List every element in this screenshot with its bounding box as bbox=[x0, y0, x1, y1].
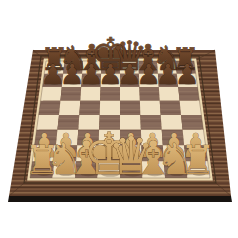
square-g5[interactable] bbox=[160, 101, 181, 115]
board-bottom-rim bbox=[8, 196, 232, 202]
square-h5[interactable] bbox=[180, 101, 202, 115]
square-d5[interactable] bbox=[100, 101, 120, 115]
square-e5[interactable] bbox=[120, 101, 140, 115]
chess-board: ♜♞♝♚♛♝♞♜♟♟♟♟♟♟♟♟♟♟♟♟♟♟♟♟♜♞♝♚♛♝♞♜ bbox=[0, 0, 238, 238]
piece-white-rook-h1[interactable]: ♜ bbox=[180, 137, 216, 183]
square-c5[interactable] bbox=[79, 101, 100, 115]
piece-black-pawn-h7[interactable]: ♟ bbox=[175, 58, 200, 91]
chess-board-photo: ♜♞♝♚♛♝♞♜♟♟♟♟♟♟♟♟♟♟♟♟♟♟♟♟♜♞♝♚♛♝♞♜ bbox=[0, 0, 238, 238]
square-a5[interactable] bbox=[39, 101, 61, 115]
square-b5[interactable] bbox=[59, 101, 80, 115]
square-f5[interactable] bbox=[140, 101, 161, 115]
